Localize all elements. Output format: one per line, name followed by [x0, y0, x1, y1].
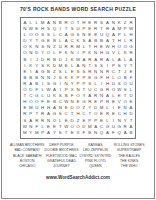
- word-item: THE WHO: [112, 164, 146, 169]
- word-list-column: KANSASLED ZEPPELINLYNYRD SKYNYRDPINK FLO…: [78, 143, 112, 169]
- word-item: CHICAGO: [10, 164, 44, 169]
- word-search-grid-box: ALLMANBROTHERSANKZRNWEHSQITSUPERTRAMPWLO…: [20, 17, 136, 139]
- word-item: QUEEN: [78, 164, 112, 169]
- word-list-column: ROLLING STONESSUPERTRAMPTHE EAGLESTHE KI…: [112, 143, 146, 169]
- word-list: ALLMAN BROTHERSBAD COMPANYBLACK SABBATHB…: [10, 143, 146, 169]
- grid-cell: B: [128, 130, 134, 136]
- word-item: DOOBIE BROTHERS: [44, 148, 78, 153]
- website-url: www.WordSearchAddict.com: [0, 175, 156, 180]
- word-search-grid: ALLMANBROTHERSANKZRNWEHSQITSUPERTRAMPWLO…: [22, 20, 134, 136]
- word-item: JOURNEY: [44, 164, 78, 169]
- word-item: SUPERTRAMP: [112, 148, 146, 153]
- word-list-column: DEEP PURPLEDOOBIE BROTHERSFLEETWOOD MACG…: [44, 143, 78, 169]
- puzzle-title: 70'S ROCK BANDS WORD SEARCH PUZZLE: [0, 6, 156, 12]
- word-list-column: ALLMAN BROTHERSBAD COMPANYBLACK SABBATHB…: [10, 143, 44, 169]
- word-item: BAD COMPANY: [10, 148, 44, 153]
- worksheet-page: 70'S ROCK BANDS WORD SEARCH PUZZLE ALLMA…: [0, 0, 156, 200]
- word-item: LED ZEPPELIN: [78, 148, 112, 153]
